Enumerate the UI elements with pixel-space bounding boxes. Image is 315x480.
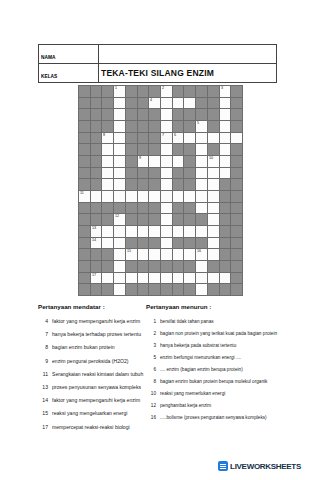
blocked-cell: [173, 261, 184, 272]
crossword-cell[interactable]: [184, 98, 195, 109]
blocked-cell: [184, 179, 195, 190]
crossword-cell[interactable]: 1: [114, 86, 125, 97]
crossword-cell[interactable]: [126, 273, 137, 284]
crossword-cell[interactable]: [196, 261, 207, 272]
crossword-cell[interactable]: [196, 168, 207, 179]
blocked-cell: [79, 273, 90, 284]
crossword-cell[interactable]: [184, 273, 195, 284]
blocked-cell: [149, 261, 160, 272]
crossword-cell[interactable]: [161, 109, 172, 120]
clue-number: 7: [162, 133, 164, 137]
clue-number: 3: [221, 86, 223, 90]
clue-item: 6.... enzim (bagian enzim berupa protein…: [146, 367, 315, 373]
clue-item-number: 16: [148, 415, 156, 420]
blocked-cell: [149, 121, 160, 132]
crossword-cell[interactable]: [208, 249, 219, 260]
clue-number: 8: [103, 133, 105, 137]
crossword-cell[interactable]: [138, 249, 149, 260]
blocked-cell: [208, 261, 219, 272]
blocked-cell: [79, 203, 90, 214]
blocked-cell: [231, 261, 242, 272]
blocked-cell: [126, 156, 137, 167]
crossword-cell[interactable]: [149, 273, 160, 284]
crossword-cell[interactable]: [161, 121, 172, 132]
clue-item-text: penghambat kerja enzim: [160, 403, 211, 408]
blocked-cell: [91, 133, 102, 144]
blocked-cell: [102, 109, 113, 120]
crossword-cell[interactable]: [184, 133, 195, 144]
blocked-cell: [149, 214, 160, 225]
blocked-cell: [149, 238, 160, 249]
clue-number: 15: [127, 249, 131, 253]
crossword-cell[interactable]: [220, 273, 231, 284]
blocked-cell: [231, 203, 242, 214]
blocked-cell: [91, 156, 102, 167]
blocked-cell: [126, 284, 137, 295]
blocked-cell: [208, 98, 219, 109]
clue-item-text: hanya bekerja pada substrat tertentu: [160, 343, 236, 348]
blocked-cell: [231, 238, 242, 249]
crossword-cell[interactable]: [102, 191, 113, 202]
blocked-cell: [173, 168, 184, 179]
crossword-cell[interactable]: [114, 284, 125, 295]
clue-item-text: .....bolisme (proses penguraian senyawa …: [160, 415, 267, 420]
crossword-cell[interactable]: [220, 168, 231, 179]
blocked-cell: [91, 203, 102, 214]
blocked-cell: [231, 191, 242, 202]
crossword-cell[interactable]: 3: [220, 86, 231, 97]
crossword-cell[interactable]: [114, 133, 125, 144]
crossword-cell[interactable]: [102, 273, 113, 284]
crossword-cell[interactable]: [114, 191, 125, 202]
clue-item: 5enzim berfungsi menurunkan energi ....: [146, 355, 315, 361]
blocked-cell: [91, 249, 102, 260]
clue-item: 12penghambat kerja enzim: [146, 403, 315, 409]
clue-number: 2: [162, 86, 164, 90]
crossword-cell[interactable]: [161, 156, 172, 167]
blocked-cell: [91, 261, 102, 272]
crossword-cell[interactable]: [161, 203, 172, 214]
crossword-cell[interactable]: [161, 214, 172, 225]
blocked-cell: [102, 98, 113, 109]
clue-item-text: hanya bekerja terhadap proses tertentu: [52, 332, 141, 337]
crossword-cell[interactable]: [208, 179, 219, 190]
crossword-cell[interactable]: 8: [102, 133, 113, 144]
crossword-cell[interactable]: [161, 226, 172, 237]
blocked-cell: [173, 109, 184, 120]
blocked-cell: [138, 203, 149, 214]
nama-value-field[interactable]: [99, 45, 277, 64]
blocked-cell: [184, 261, 195, 272]
blocked-cell: [173, 214, 184, 225]
crossword-cell[interactable]: [196, 203, 207, 214]
blocked-cell: [208, 144, 219, 155]
crossword-cell[interactable]: [231, 133, 242, 144]
clue-item: 17mempercepat reaksi-reaksi biologi: [38, 425, 160, 431]
worksheet-page: NAMA KELAS TEKA-TEKI SILANG ENZIM 123458…: [0, 0, 315, 480]
blocked-cell: [138, 144, 149, 155]
crossword-cell[interactable]: [114, 249, 125, 260]
clue-item: 3hanya bekerja pada substrat tertentu: [146, 343, 315, 349]
clue-item: 15reaksi yang mengeluarkan energi: [38, 411, 160, 417]
crossword-grid: 1234587691011121314151617: [78, 85, 243, 296]
blocked-cell: [220, 261, 231, 272]
clue-item: 13proses penyusunan senyawa kompleks: [38, 385, 160, 391]
nama-label: NAMA: [41, 55, 55, 60]
crossword-cell[interactable]: [208, 226, 219, 237]
blocked-cell: [196, 109, 207, 120]
crossword-cell[interactable]: [161, 273, 172, 284]
clue-item: 9enzim pengurai peroksida (H2O2): [38, 359, 160, 365]
crossword-cell[interactable]: [220, 133, 231, 144]
crossword-cell[interactable]: 4: [149, 98, 160, 109]
crossword-cell[interactable]: [208, 168, 219, 179]
crossword-cell[interactable]: [208, 133, 219, 144]
blocked-cell: [173, 203, 184, 214]
blocked-cell: [231, 226, 242, 237]
clue-item-number: 11: [40, 372, 49, 377]
blocked-cell: [220, 284, 231, 295]
clue-item-text: bersifat tidak tahan panas: [160, 319, 214, 324]
blocked-cell: [91, 121, 102, 132]
blocked-cell: [149, 144, 160, 155]
crossword-cell[interactable]: [161, 191, 172, 202]
clue-number: 1: [115, 86, 117, 90]
clue-item-number: 13: [40, 385, 49, 390]
clue-item-text: bagian enzim bukan protein: [52, 345, 115, 350]
crossword-cell[interactable]: [102, 168, 113, 179]
table-row: NAMA: [39, 45, 277, 64]
crossword-cell[interactable]: 12: [114, 214, 125, 225]
blocked-cell: [184, 121, 195, 132]
crossword-cell[interactable]: [196, 133, 207, 144]
crossword-cell[interactable]: 16: [196, 249, 207, 260]
blocked-cell: [196, 238, 207, 249]
crossword-cell[interactable]: [196, 144, 207, 155]
crossword-cell[interactable]: [208, 191, 219, 202]
clue-number: 14: [92, 238, 96, 242]
clue-item-number: 12: [148, 403, 156, 408]
blocked-cell: [126, 98, 137, 109]
blocked-cell: [208, 121, 219, 132]
crossword-cell[interactable]: [208, 203, 219, 214]
clue-item: 4faktor yang mempengaruhi kerja enzim: [38, 319, 160, 325]
blocked-cell: [91, 214, 102, 225]
blocked-cell: [91, 168, 102, 179]
blocked-cell: [79, 109, 90, 120]
crossword-cell[interactable]: [149, 191, 160, 202]
crossword-cell[interactable]: 10: [208, 156, 219, 167]
blocked-cell: [149, 133, 160, 144]
crossword-cell[interactable]: [149, 249, 160, 260]
blocked-cell: [102, 214, 113, 225]
blocked-cell: [231, 168, 242, 179]
clue-item-number: 6: [148, 367, 156, 372]
blocked-cell: [102, 284, 113, 295]
clue-item-text: .... enzim (bagian enzim berupa protein): [160, 367, 243, 372]
crossword-cell[interactable]: [196, 191, 207, 202]
clue-item-text: bagian non protein yang terikat kuat pad…: [160, 331, 277, 336]
crossword-cell[interactable]: [184, 226, 195, 237]
clue-number: 9: [139, 156, 141, 160]
blocked-cell: [138, 214, 149, 225]
crossword-cell[interactable]: [208, 238, 219, 249]
blocked-cell: [126, 261, 137, 272]
clue-item-text: reaksi yang mengeluarkan energi: [52, 411, 127, 416]
blocked-cell: [138, 121, 149, 132]
crossword-cell[interactable]: [161, 238, 172, 249]
clue-number: 4: [150, 98, 152, 102]
blocked-cell: [208, 109, 219, 120]
blocked-cell: [79, 249, 90, 260]
crossword-cell[interactable]: [208, 273, 219, 284]
clue-item-number: 5: [148, 355, 156, 360]
blocked-cell: [149, 179, 160, 190]
blocked-cell: [138, 133, 149, 144]
crossword-cell[interactable]: [196, 226, 207, 237]
crossword-cell[interactable]: [208, 214, 219, 225]
blocked-cell: [231, 109, 242, 120]
crossword-cell[interactable]: [220, 156, 231, 167]
crossword-cell[interactable]: [126, 191, 137, 202]
blocked-cell: [220, 249, 231, 260]
crossword-cell[interactable]: [114, 156, 125, 167]
blocked-cell: [161, 261, 172, 272]
crossword-cell[interactable]: [184, 249, 195, 260]
clue-item: 8bagian enzim bukan protein berupa molek…: [146, 379, 315, 385]
blocked-cell: [126, 121, 137, 132]
crossword-cell[interactable]: [114, 261, 125, 272]
blocked-cell: [138, 261, 149, 272]
page-title: TEKA-TEKI SILANG ENZIM: [0, 68, 315, 78]
crossword-cell[interactable]: [102, 226, 113, 237]
blocked-cell: [79, 98, 90, 109]
blocked-cell: [126, 179, 137, 190]
blocked-cell: [220, 226, 231, 237]
blocked-cell: [138, 284, 149, 295]
crossword-cell[interactable]: [114, 98, 125, 109]
crossword-cell[interactable]: [184, 191, 195, 202]
clue-number: 13: [92, 226, 96, 230]
crossword-cell[interactable]: [173, 98, 184, 109]
crossword-cell[interactable]: [173, 191, 184, 202]
blocked-cell: [231, 214, 242, 225]
crossword-cell[interactable]: [161, 98, 172, 109]
crossword-cell[interactable]: [91, 191, 102, 202]
blocked-cell: [79, 121, 90, 132]
crossword-cell[interactable]: [114, 121, 125, 132]
clue-item-text: enzim pengurai peroksida (H2O2): [52, 359, 129, 364]
crossword-cell[interactable]: [114, 179, 125, 190]
clue-item-number: 14: [40, 398, 49, 403]
blocked-cell: [91, 86, 102, 97]
across-clues-list: 4faktor yang mempengaruhi kerja enzim7ha…: [38, 319, 160, 431]
across-clues-section: Pertanyaan mendatar : 4faktor yang mempe…: [38, 303, 160, 438]
blocked-cell: [231, 249, 242, 260]
crossword-cell[interactable]: [220, 121, 231, 132]
crossword-cell[interactable]: [196, 179, 207, 190]
clue-item-number: 8: [148, 379, 156, 384]
blocked-cell: [126, 238, 137, 249]
clue-item-text: Serangkaian reaksi kimiawi dalam tubuh: [52, 372, 143, 377]
crossword-cell[interactable]: [102, 156, 113, 167]
blocked-cell: [196, 214, 207, 225]
clue-item-text: mempercepat reaksi-reaksi biologi: [52, 425, 130, 430]
blocked-cell: [231, 121, 242, 132]
blocked-cell: [102, 86, 113, 97]
clue-number: 12: [115, 214, 119, 218]
blocked-cell: [79, 261, 90, 272]
crossword-cell[interactable]: [114, 144, 125, 155]
blocked-cell: [173, 86, 184, 97]
clue-item-text: proses penyusunan senyawa kompleks: [52, 385, 141, 390]
blocked-cell: [79, 168, 90, 179]
blocked-cell: [149, 284, 160, 295]
crossword-cell[interactable]: [161, 249, 172, 260]
clue-item-number: 3: [148, 343, 156, 348]
clue-item: 2bagian non protein yang terikat kuat pa…: [146, 331, 315, 337]
clue-item-number: 17: [40, 425, 49, 430]
down-clues-title: Pertanyaan menurun :: [146, 303, 315, 310]
clue-number: 16: [197, 249, 201, 253]
blocked-cell: [231, 144, 242, 155]
blocked-cell: [102, 203, 113, 214]
blocked-cell: [184, 86, 195, 97]
blocked-cell: [126, 133, 137, 144]
blocked-cell: [138, 109, 149, 120]
blocked-cell: [79, 133, 90, 144]
clue-item-number: 2: [148, 331, 156, 336]
blocked-cell: [91, 144, 102, 155]
crossword-cell[interactable]: 9: [138, 156, 149, 167]
blocked-cell: [220, 203, 231, 214]
blocked-cell: [79, 238, 90, 249]
crossword-cell[interactable]: [220, 98, 231, 109]
blocked-cell: [102, 261, 113, 272]
crossword-cell[interactable]: [196, 284, 207, 295]
blocked-cell: [220, 179, 231, 190]
crossword-cell[interactable]: 5: [196, 121, 207, 132]
blocked-cell: [173, 284, 184, 295]
clue-item-number: 7: [40, 332, 49, 337]
clue-item-text: faktor yang mempengaruhi kerja enzim: [52, 319, 140, 324]
clue-item: 14faktor yang mempengaruhi kerja enzim: [38, 398, 160, 404]
blocked-cell: [173, 179, 184, 190]
crossword-cell[interactable]: [114, 226, 125, 237]
blocked-cell: [79, 144, 90, 155]
blocked-cell: [196, 86, 207, 97]
clue-item-text: faktor yang mempengaruhi kerja enzim: [52, 398, 140, 403]
crossword-cell[interactable]: [173, 226, 184, 237]
blocked-cell: [138, 179, 149, 190]
blocked-cell: [91, 109, 102, 120]
blocked-cell: [91, 98, 102, 109]
blocked-cell: [126, 203, 137, 214]
blocked-cell: [79, 214, 90, 225]
crossword-cell[interactable]: [114, 238, 125, 249]
blocked-cell: [184, 214, 195, 225]
crossword-cell[interactable]: 15: [126, 249, 137, 260]
liveworksheets-logo[interactable]: LIVEWORKSHEETS: [218, 461, 301, 471]
clue-item-number: 1: [148, 319, 156, 324]
crossword-cell[interactable]: [161, 179, 172, 190]
clue-item-number: 15: [40, 411, 49, 416]
blocked-cell: [220, 191, 231, 202]
crossword-cell[interactable]: [220, 144, 231, 155]
blocked-cell: [231, 156, 242, 167]
crossword-cell[interactable]: [114, 273, 125, 284]
crossword-cell[interactable]: 14: [91, 238, 102, 249]
down-clues-list: 1bersifat tidak tahan panas2bagian non p…: [146, 319, 315, 421]
blocked-cell: [173, 238, 184, 249]
blocked-cell: [79, 156, 90, 167]
crossword-cell[interactable]: [126, 226, 137, 237]
blocked-cell: [149, 109, 160, 120]
liveworksheets-brand-text: LIVEWORKSHEETS: [230, 462, 301, 471]
blocked-cell: [231, 86, 242, 97]
crossword-cell[interactable]: [102, 238, 113, 249]
crossword-cell[interactable]: [173, 249, 184, 260]
crossword-cell[interactable]: 13: [91, 226, 102, 237]
blocked-cell: [231, 98, 242, 109]
clue-item-text: reaksi yang memerlukan energi: [160, 391, 225, 396]
blocked-cell: [126, 86, 137, 97]
blocked-cell: [149, 203, 160, 214]
blocked-cell: [184, 284, 195, 295]
crossword-cell[interactable]: [220, 109, 231, 120]
clue-item: 7hanya bekerja terhadap proses tertentu: [38, 332, 160, 338]
blocked-cell: [173, 144, 184, 155]
crossword-cell[interactable]: 17: [91, 273, 102, 284]
blocked-cell: [208, 284, 219, 295]
clue-number: 10: [209, 156, 213, 160]
blocked-cell: [184, 203, 195, 214]
blocked-cell: [208, 86, 219, 97]
crossword-cell[interactable]: 11: [79, 191, 90, 202]
crossword-cell[interactable]: [149, 156, 160, 167]
crossword-cell[interactable]: [161, 168, 172, 179]
clue-number: 5: [197, 121, 199, 125]
crossword-cell[interactable]: [114, 168, 125, 179]
blocked-cell: [184, 109, 195, 120]
crossword-cell[interactable]: [173, 273, 184, 284]
crossword-cell[interactable]: 2: [161, 86, 172, 97]
crossword-cell[interactable]: [161, 144, 172, 155]
crossword-cell[interactable]: [196, 156, 207, 167]
crossword-cell[interactable]: [114, 109, 125, 120]
crossword-cell[interactable]: [138, 226, 149, 237]
clue-item: 1bersifat tidak tahan panas: [146, 319, 315, 325]
blocked-cell: [102, 121, 113, 132]
blocked-cell: [231, 284, 242, 295]
crossword-cell[interactable]: [149, 226, 160, 237]
blocked-cell: [161, 284, 172, 295]
crossword-cell[interactable]: [102, 179, 113, 190]
blocked-cell: [138, 86, 149, 97]
blocked-cell: [79, 86, 90, 97]
crossword-cell[interactable]: [138, 273, 149, 284]
crossword-cell[interactable]: [196, 273, 207, 284]
crossword-cell[interactable]: 6: [173, 133, 184, 144]
crossword-cell[interactable]: [102, 144, 113, 155]
clue-item: 16.....bolisme (proses penguraian senyaw…: [146, 415, 315, 421]
blocked-cell: [126, 214, 137, 225]
crossword-cell[interactable]: 7: [161, 133, 172, 144]
crossword-cell[interactable]: [138, 191, 149, 202]
blocked-cell: [126, 168, 137, 179]
clue-item: 10reaksi yang memerlukan energi: [146, 391, 315, 397]
crossword-cell[interactable]: [173, 156, 184, 167]
